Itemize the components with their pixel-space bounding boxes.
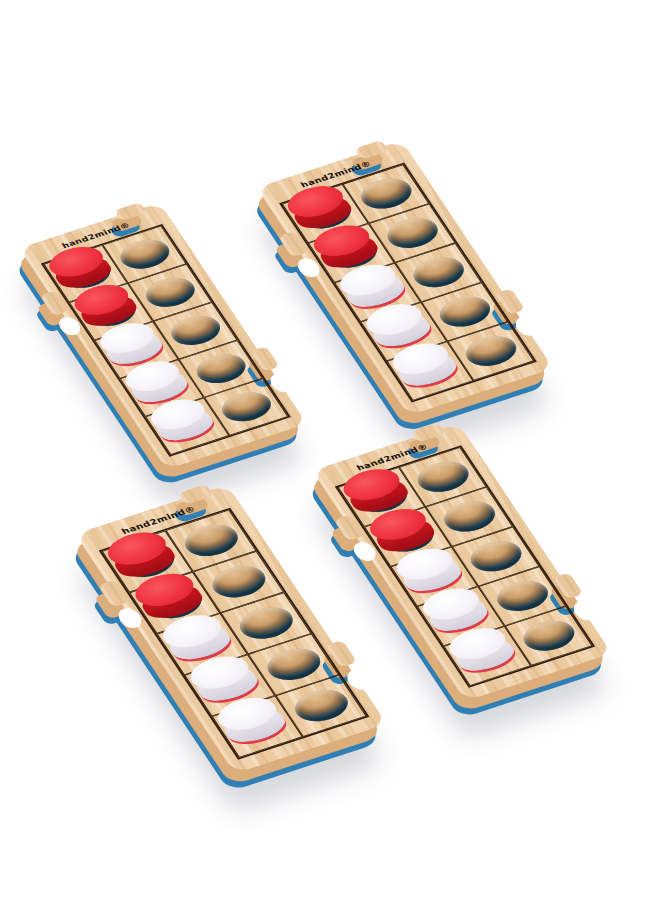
well-hole xyxy=(164,311,226,351)
ten-frame-grid xyxy=(335,445,595,687)
well-hole xyxy=(354,173,418,214)
ten-frame-grid xyxy=(41,224,291,457)
product-photo-scene: hand2mind® hand2mind® hand2mind® xyxy=(0,0,660,900)
well-hole xyxy=(260,643,327,686)
well-hole xyxy=(406,252,470,293)
ten-frame-tray-top-right: hand2mind® xyxy=(256,140,553,416)
well-hole xyxy=(190,349,252,389)
well-hole xyxy=(437,496,502,537)
well-hole xyxy=(516,615,581,656)
tray-body: hand2mind® xyxy=(312,423,612,701)
tray-body: hand2mind® xyxy=(256,140,553,416)
well-hole xyxy=(433,291,497,332)
well-hole xyxy=(490,576,555,617)
tray-body: hand2mind® xyxy=(19,202,307,469)
well-hole xyxy=(205,561,272,604)
ten-frame-grid xyxy=(99,508,370,760)
well-hole xyxy=(459,331,523,372)
well-hole xyxy=(177,519,244,562)
well-hole xyxy=(287,684,354,727)
well-hole xyxy=(410,456,475,497)
well-hole xyxy=(380,213,444,254)
well-hole xyxy=(463,536,528,577)
ten-frame-grid xyxy=(279,162,537,402)
well-hole xyxy=(215,387,277,427)
ten-frame-tray-top-left: hand2mind® xyxy=(19,202,307,469)
well-hole xyxy=(113,235,175,275)
well-hole xyxy=(232,602,299,645)
well-hole xyxy=(139,273,201,313)
ten-frame-tray-bottom-right: hand2mind® xyxy=(312,423,612,701)
